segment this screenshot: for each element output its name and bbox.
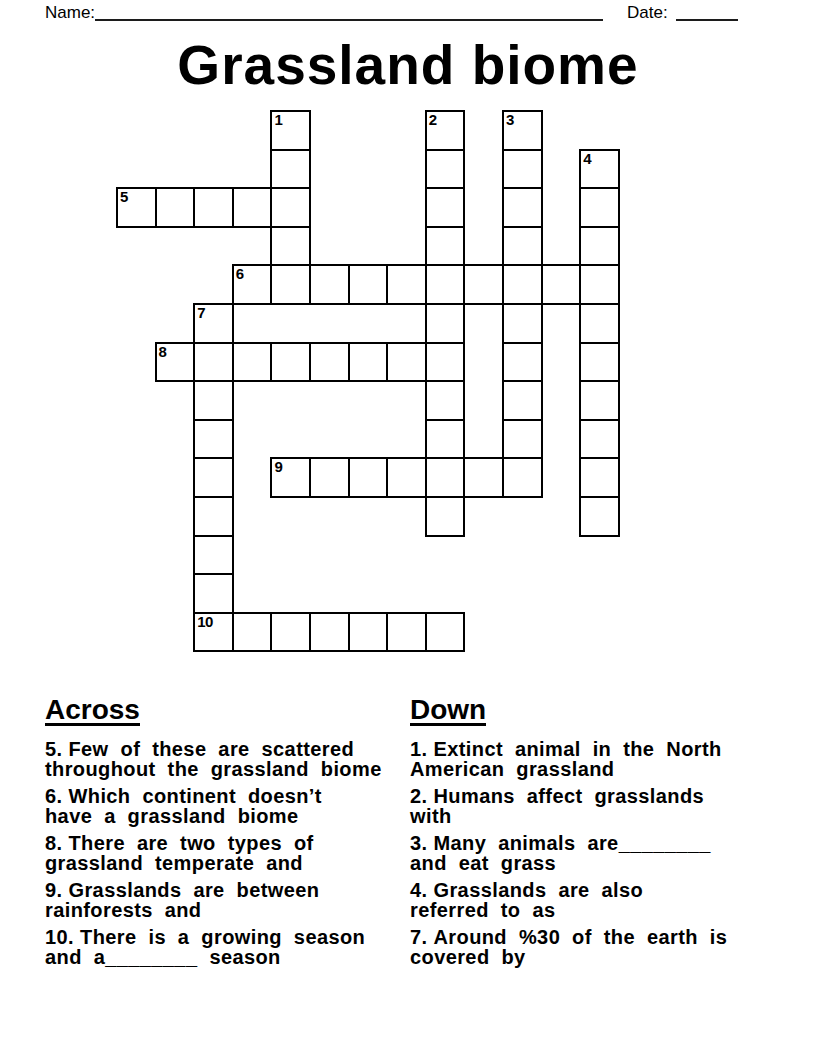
grid-cell[interactable] <box>579 264 620 305</box>
grid-cell[interactable] <box>193 573 234 614</box>
clue-text: and a________ season <box>45 948 408 968</box>
grid-cell[interactable] <box>270 264 311 305</box>
down-heading: Down <box>410 698 486 726</box>
puzzle-title: Grassland biome <box>0 38 816 93</box>
grid-cell[interactable] <box>270 342 311 383</box>
grid-cell[interactable] <box>193 187 234 228</box>
grid-cell[interactable] <box>193 535 234 576</box>
clue-text: rainforests and <box>45 901 408 921</box>
clue-number-7: 7. <box>410 926 427 948</box>
grid-cell[interactable] <box>270 149 311 190</box>
grid-cell[interactable]: 5 <box>116 187 157 228</box>
grid-cell[interactable] <box>425 419 466 460</box>
grid-cell[interactable] <box>463 264 504 305</box>
grid-cell[interactable] <box>425 380 466 421</box>
across-clues-column: Across 5.Few of these are scattered thro… <box>45 698 408 975</box>
grid-cell[interactable]: 6 <box>232 264 273 305</box>
grid-cell[interactable] <box>425 226 466 267</box>
clue-number-4: 4. <box>410 879 427 901</box>
clue-number-6: 6. <box>45 785 62 807</box>
grid-clue-number: 6 <box>236 266 244 282</box>
grid-cell[interactable] <box>425 303 466 344</box>
grid-cell[interactable] <box>502 342 543 383</box>
clue-number-10: 10. <box>45 926 74 948</box>
grid-cell[interactable] <box>309 342 350 383</box>
grid-cell[interactable] <box>579 342 620 383</box>
grid-cell[interactable] <box>193 457 234 498</box>
worksheet-page: Name: Date: Grassland biome 12345678910 … <box>0 0 816 1056</box>
grid-cell[interactable] <box>232 612 273 653</box>
grid-cell[interactable] <box>579 380 620 421</box>
clue-text: have a grassland biome <box>45 807 408 827</box>
clue-text: Many animals are________ <box>433 832 710 854</box>
grid-cell[interactable] <box>425 149 466 190</box>
name-fill-line <box>95 2 603 21</box>
grid-cell[interactable] <box>270 612 311 653</box>
grid-cell[interactable] <box>579 496 620 537</box>
grid-cell[interactable]: 4 <box>579 149 620 190</box>
grid-cell[interactable] <box>232 342 273 383</box>
grid-cell[interactable]: 1 <box>270 110 311 151</box>
clue-text: with <box>410 807 802 827</box>
clue-text: Extinct animal in the North <box>433 738 721 760</box>
grid-cell[interactable] <box>541 264 582 305</box>
clue-text: grassland temperate and <box>45 854 408 874</box>
clue-text: referred to as <box>410 901 802 921</box>
grid-cell[interactable] <box>579 303 620 344</box>
grid-cell[interactable] <box>348 264 389 305</box>
clue-text: Humans affect grasslands <box>433 785 704 807</box>
grid-cell[interactable] <box>502 226 543 267</box>
clue-across-5: 5.Few of these are scattered throughout … <box>45 740 408 779</box>
grid-cell[interactable] <box>579 419 620 460</box>
clue-down-2: 2.Humans affect grasslands with <box>410 787 802 826</box>
clue-number-5: 5. <box>45 738 62 760</box>
grid-cell[interactable]: 2 <box>425 110 466 151</box>
name-label: Name: <box>45 3 95 23</box>
grid-cell[interactable] <box>425 264 466 305</box>
down-clues-column: Down 1.Extinct animal in the North Ameri… <box>410 698 802 975</box>
grid-cell[interactable] <box>502 380 543 421</box>
clue-number-9: 9. <box>45 879 62 901</box>
grid-clue-number: 4 <box>583 151 591 167</box>
clue-down-4: 4.Grasslands are also referred to as <box>410 881 802 920</box>
grid-cell[interactable] <box>502 149 543 190</box>
crossword-grid: 12345678910 <box>116 110 621 654</box>
across-heading: Across <box>45 698 140 726</box>
clue-number-2: 2. <box>410 785 427 807</box>
clue-text: and eat grass <box>410 854 802 874</box>
grid-cell[interactable]: 3 <box>502 110 543 151</box>
grid-cell[interactable] <box>579 187 620 228</box>
grid-cell[interactable]: 8 <box>155 342 196 383</box>
clue-across-8: 8.There are two types of grassland tempe… <box>45 834 408 873</box>
clue-down-3: 3.Many animals are________ and eat grass <box>410 834 802 873</box>
grid-cell[interactable]: 7 <box>193 303 234 344</box>
date-fill-line <box>676 2 738 21</box>
grid-cell[interactable] <box>502 303 543 344</box>
grid-cell[interactable] <box>425 496 466 537</box>
grid-cell[interactable] <box>463 457 504 498</box>
clue-text: There is a growing season <box>80 926 365 948</box>
clue-number-8: 8. <box>45 832 62 854</box>
grid-cell[interactable] <box>155 187 196 228</box>
grid-cell[interactable] <box>502 264 543 305</box>
grid-cell[interactable] <box>193 380 234 421</box>
clue-text: Grasslands are also <box>433 879 643 901</box>
grid-cell[interactable] <box>193 342 234 383</box>
grid-clue-number: 1 <box>274 112 282 128</box>
clue-text: There are two types of <box>68 832 313 854</box>
grid-cell[interactable] <box>348 342 389 383</box>
grid-cell[interactable] <box>386 612 427 653</box>
clue-number-3: 3. <box>410 832 427 854</box>
grid-cell[interactable] <box>193 419 234 460</box>
grid-cell[interactable] <box>309 612 350 653</box>
grid-cell[interactable] <box>502 457 543 498</box>
date-label: Date: <box>627 3 668 23</box>
grid-cell[interactable] <box>425 187 466 228</box>
clue-number-1: 1. <box>410 738 427 760</box>
clue-down-7: 7.Around %30 of the earth is covered by <box>410 928 802 967</box>
clue-across-6: 6.Which continent doesn’t have a grassla… <box>45 787 408 826</box>
grid-cell[interactable] <box>348 457 389 498</box>
grid-cell[interactable] <box>502 187 543 228</box>
clue-text: Few of these are scattered <box>68 738 354 760</box>
grid-cell[interactable] <box>270 187 311 228</box>
grid-cell[interactable] <box>579 226 620 267</box>
clue-across-9: 9.Grasslands are between rainforests and <box>45 881 408 920</box>
clue-text: Grasslands are between <box>68 879 319 901</box>
grid-cell[interactable] <box>348 612 389 653</box>
clue-text: American grassland <box>410 760 802 780</box>
clue-across-10: 10.There is a growing season and a______… <box>45 928 408 967</box>
grid-clue-number: 9 <box>274 459 282 475</box>
grid-cell[interactable] <box>270 226 311 267</box>
grid-clue-number: 2 <box>429 112 437 128</box>
grid-cell[interactable] <box>232 187 273 228</box>
grid-clue-number: 10 <box>197 614 213 630</box>
grid-clue-number: 3 <box>506 112 514 128</box>
clue-down-1: 1.Extinct animal in the North American g… <box>410 740 802 779</box>
clue-text: Which continent doesn’t <box>68 785 321 807</box>
grid-cell[interactable] <box>193 496 234 537</box>
grid-cell[interactable]: 9 <box>270 457 311 498</box>
clue-text: covered by <box>410 948 802 968</box>
grid-clue-number: 7 <box>197 305 205 321</box>
grid-cell[interactable] <box>386 264 427 305</box>
clue-text: Around %30 of the earth is <box>433 926 727 948</box>
clue-text: throughout the grassland biome <box>45 760 408 780</box>
grid-cell[interactable] <box>579 457 620 498</box>
grid-cell[interactable] <box>425 457 466 498</box>
grid-cell[interactable] <box>386 342 427 383</box>
grid-cell[interactable] <box>309 264 350 305</box>
grid-cell[interactable] <box>425 612 466 653</box>
grid-clue-number: 8 <box>159 344 167 360</box>
grid-cell[interactable] <box>386 457 427 498</box>
grid-cell[interactable]: 10 <box>193 612 234 653</box>
grid-cell[interactable] <box>425 342 466 383</box>
grid-cell[interactable] <box>502 419 543 460</box>
grid-cell[interactable] <box>309 457 350 498</box>
grid-clue-number: 5 <box>120 189 128 205</box>
